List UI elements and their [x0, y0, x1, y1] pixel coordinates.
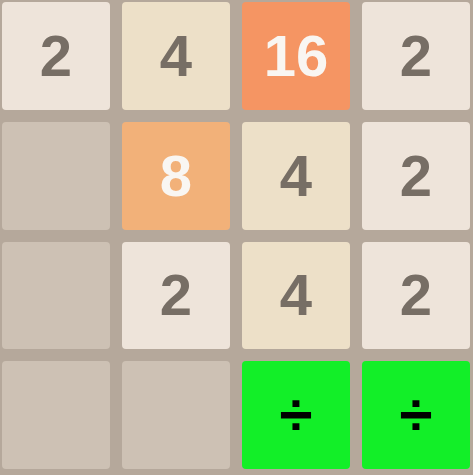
- tile-r1c1: 2: [2, 2, 110, 110]
- divide-icon: ÷: [280, 385, 313, 445]
- tile-value: 16: [264, 27, 329, 85]
- tile-r2c4: 2: [362, 122, 470, 230]
- empty-cell-r2c1: [2, 122, 110, 230]
- tile-r1c2: 4: [122, 2, 230, 110]
- tile-value: 8: [160, 147, 192, 205]
- tile-r3c4: 2: [362, 242, 470, 350]
- tile-r3c2: 2: [122, 242, 230, 350]
- divide-tile-r4c3[interactable]: ÷: [242, 361, 350, 469]
- tile-value: 2: [400, 147, 432, 205]
- tile-value: 4: [280, 147, 312, 205]
- tile-value: 2: [40, 27, 72, 85]
- empty-cell-r3c1: [2, 242, 110, 350]
- tile-r1c4: 2: [362, 2, 470, 110]
- divide-icon: ÷: [400, 385, 433, 445]
- tile-value: 4: [160, 27, 192, 85]
- tile-value: 2: [400, 27, 432, 85]
- tile-r2c3: 4: [242, 122, 350, 230]
- empty-cell-r4c1: [2, 361, 110, 469]
- tile-r3c3: 4: [242, 242, 350, 350]
- tile-value: 2: [400, 266, 432, 324]
- empty-cell-r4c2: [122, 361, 230, 469]
- tile-value: 2: [160, 266, 192, 324]
- tile-value: 4: [280, 266, 312, 324]
- divide-tile-r4c4[interactable]: ÷: [362, 361, 470, 469]
- 2048-board[interactable]: 2 4 16 2 8 4 2 2 4 2 ÷ ÷: [0, 0, 473, 475]
- tile-r2c2: 8: [122, 122, 230, 230]
- tile-r1c3: 16: [242, 2, 350, 110]
